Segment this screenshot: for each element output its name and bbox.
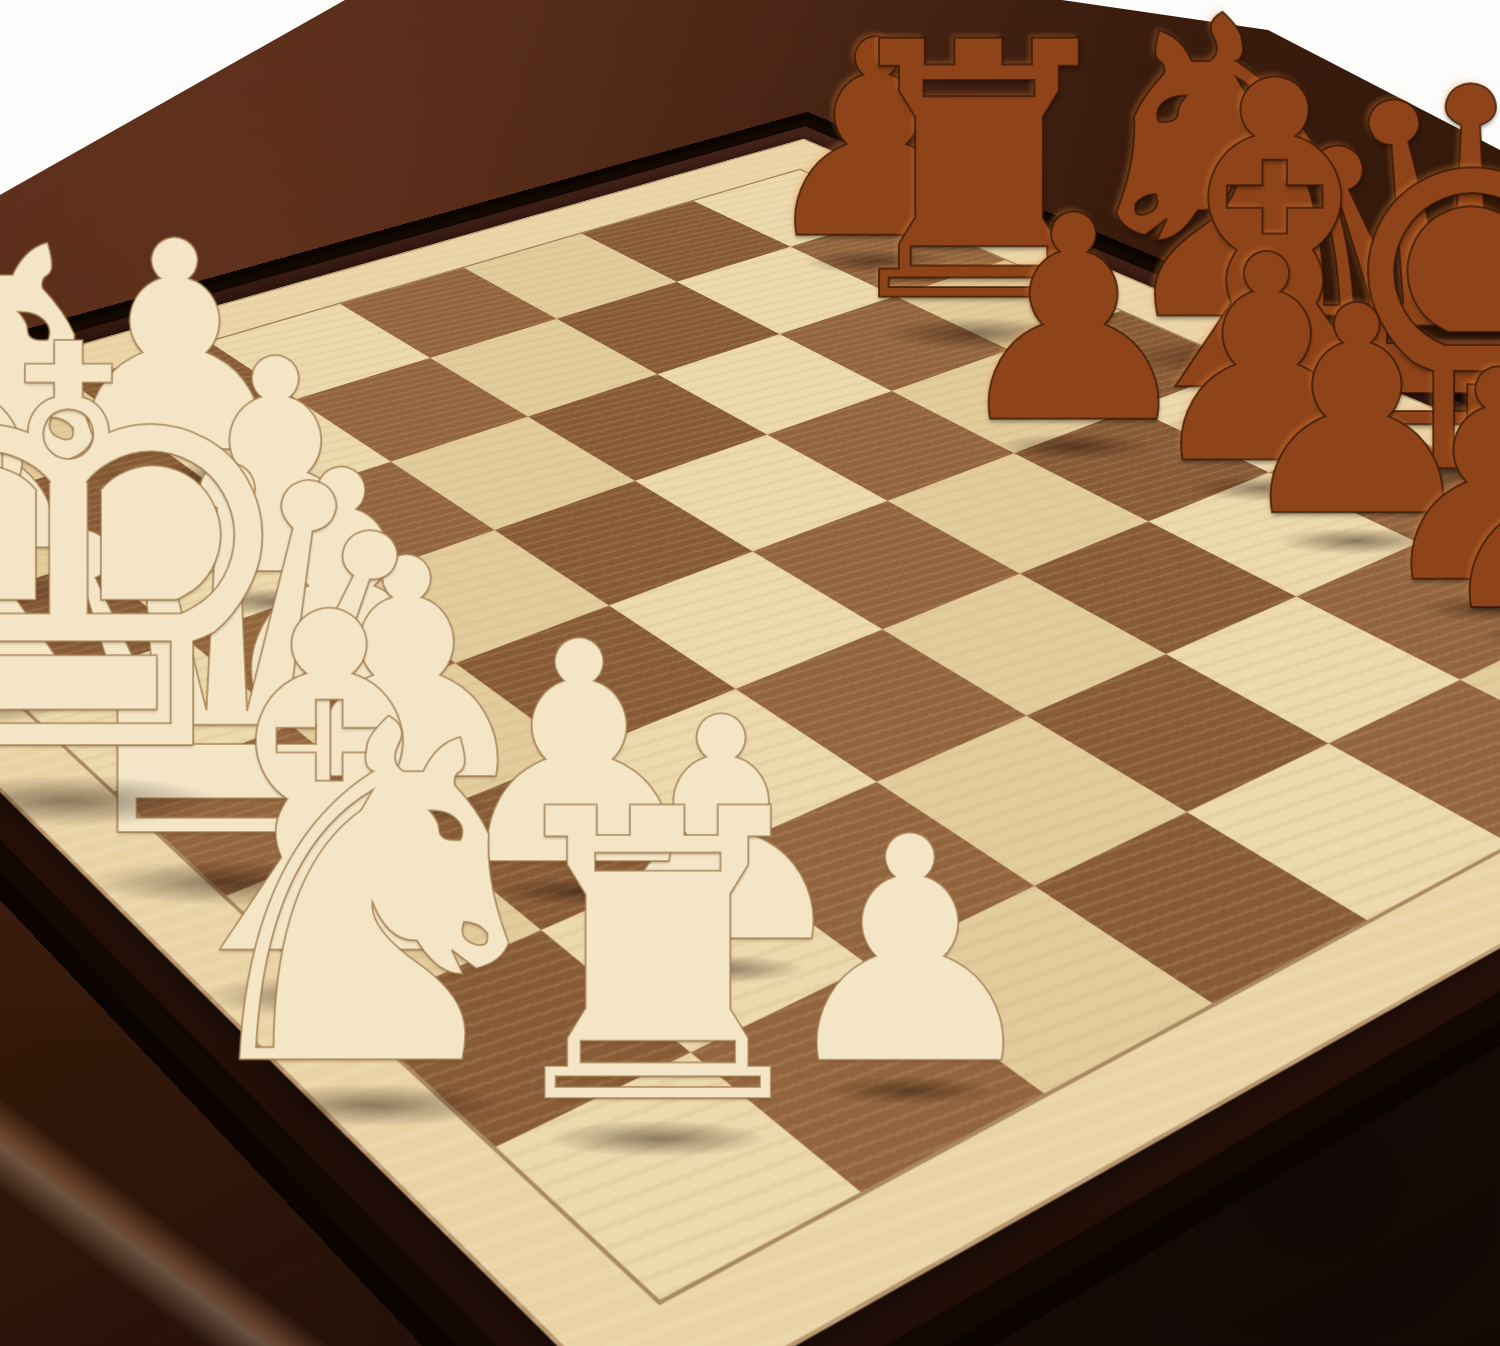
photo-stage: ♟♜♞♝♛♚♟♟♟♟♟♞♝♚♛♟♝♟♟♟♞♟♟♜♟ [0, 0, 1500, 1346]
